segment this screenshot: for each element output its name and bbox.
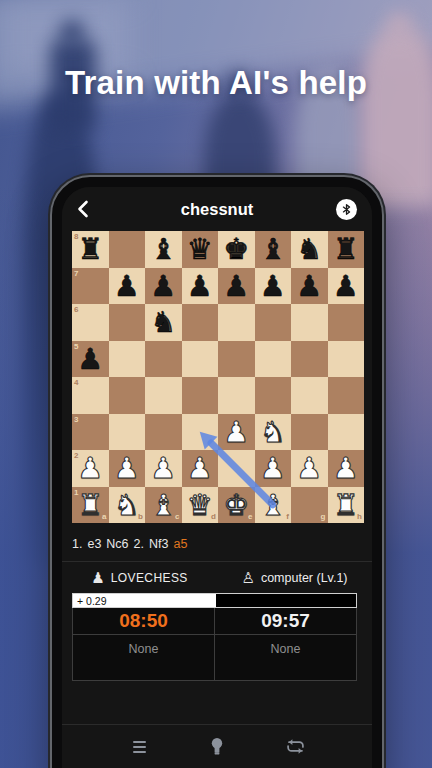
- square-e3[interactable]: ♟: [218, 414, 255, 451]
- app-screen: chessnut 8♜♝♛♚♝♞♜7♟♟♟♟♟♟♟6♞5♟43♟♞2♟♟♟♟♟♟…: [62, 187, 372, 768]
- white-clock-cell: 08:50: [72, 608, 215, 635]
- replay-button[interactable]: [282, 734, 308, 760]
- piece-white-b-f1: ♝: [260, 487, 286, 524]
- rank-label: 4: [74, 379, 78, 387]
- evaluation-bar: + 0.29: [72, 593, 357, 608]
- square-c2[interactable]: ♟: [145, 450, 182, 487]
- square-e4[interactable]: [218, 377, 255, 414]
- piece-white-r-h1: ♜: [333, 487, 359, 524]
- square-e7[interactable]: ♟: [218, 268, 255, 305]
- square-d3[interactable]: [182, 414, 219, 451]
- piece-black-p-d7: ♟: [187, 268, 213, 305]
- square-e5[interactable]: [218, 341, 255, 378]
- square-b7[interactable]: ♟: [109, 268, 146, 305]
- move-token[interactable]: Nc6: [106, 537, 128, 551]
- piece-white-n-b1: ♞: [114, 487, 140, 524]
- square-h3[interactable]: [328, 414, 365, 451]
- file-label: b: [138, 513, 143, 521]
- square-d1[interactable]: d♛: [182, 487, 219, 524]
- square-b8[interactable]: [109, 231, 146, 268]
- piece-black-n-c6: ♞: [150, 304, 176, 341]
- file-label: e: [248, 513, 252, 521]
- square-b1[interactable]: b♞: [109, 487, 146, 524]
- back-button[interactable]: [77, 200, 99, 218]
- square-h2[interactable]: ♟: [328, 450, 365, 487]
- square-f3[interactable]: ♞: [255, 414, 292, 451]
- move-token[interactable]: 2.: [134, 537, 144, 551]
- game-info-table: + 0.29 08:50 09:57 None None: [72, 593, 357, 681]
- square-a2[interactable]: 2♟: [72, 450, 109, 487]
- square-g3[interactable]: [291, 414, 328, 451]
- piece-black-p-f7: ♟: [260, 268, 286, 305]
- status-row: None None: [72, 635, 357, 681]
- piece-white-p-e3: ♟: [223, 414, 249, 451]
- square-b5[interactable]: [109, 341, 146, 378]
- evaluation-white-portion: + 0.29: [73, 594, 216, 607]
- piece-black-r-h8: ♜: [333, 231, 359, 268]
- pawn-outline-icon: ♙: [241, 569, 254, 587]
- square-h8[interactable]: ♜: [328, 231, 365, 268]
- square-b4[interactable]: [109, 377, 146, 414]
- square-h1[interactable]: h♜: [328, 487, 365, 524]
- white-status: None: [129, 642, 159, 656]
- pawn-filled-icon: ♟: [91, 569, 104, 587]
- black-clock-cell: 09:57: [215, 608, 357, 635]
- square-d4[interactable]: [182, 377, 219, 414]
- square-d7[interactable]: ♟: [182, 268, 219, 305]
- piece-black-p-g7: ♟: [296, 268, 322, 305]
- players-row: ♟ LOVECHESS ♙ computer (Lv.1): [62, 562, 372, 593]
- hint-bulb-icon: [210, 737, 224, 756]
- rank-label: 2: [74, 452, 78, 460]
- square-g8[interactable]: ♞: [291, 231, 328, 268]
- square-f8[interactable]: ♝: [255, 231, 292, 268]
- rank-label: 3: [74, 416, 78, 424]
- piece-white-n-f3: ♞: [260, 414, 286, 451]
- move-token-highlighted[interactable]: a5: [173, 537, 187, 551]
- square-e1[interactable]: e♚: [218, 487, 255, 524]
- chevron-left-icon: [77, 200, 89, 218]
- piece-white-q-d1: ♛: [187, 487, 213, 524]
- piece-black-n-g8: ♞: [296, 231, 322, 268]
- square-a1[interactable]: 1a♜: [72, 487, 109, 524]
- square-e8[interactable]: ♚: [218, 231, 255, 268]
- piece-black-p-a5: ♟: [77, 341, 103, 378]
- black-status-cell: None: [215, 635, 357, 681]
- square-g4[interactable]: [291, 377, 328, 414]
- move-token[interactable]: e3: [87, 537, 101, 551]
- player-white-name: LOVECHESS: [111, 571, 188, 585]
- square-c8[interactable]: ♝: [145, 231, 182, 268]
- square-g5[interactable]: [291, 341, 328, 378]
- file-label: a: [102, 513, 106, 521]
- white-clock: 08:50: [119, 610, 168, 632]
- square-c7[interactable]: ♟: [145, 268, 182, 305]
- hero-headline: Train with AI's help: [0, 64, 432, 102]
- piece-black-p-e7: ♟: [223, 268, 249, 305]
- rank-label: 8: [74, 233, 78, 241]
- menu-icon: [133, 741, 146, 753]
- piece-white-p-a2: ♟: [77, 450, 103, 487]
- evaluation-value: + 0.29: [73, 595, 107, 607]
- bottom-toolbar: [62, 725, 372, 768]
- square-a7[interactable]: 7: [72, 268, 109, 305]
- menu-button[interactable]: [126, 734, 152, 760]
- file-label: d: [211, 513, 216, 521]
- app-bar: chessnut: [62, 187, 372, 231]
- square-f2[interactable]: ♟: [255, 450, 292, 487]
- player-black-name: computer (Lv.1): [261, 571, 348, 585]
- piece-black-p-b7: ♟: [114, 268, 140, 305]
- square-c6[interactable]: ♞: [145, 304, 182, 341]
- piece-white-p-b2: ♟: [114, 450, 140, 487]
- square-h6[interactable]: [328, 304, 365, 341]
- piece-black-p-h7: ♟: [333, 268, 359, 305]
- square-c1[interactable]: c♝: [145, 487, 182, 524]
- square-d8[interactable]: ♛: [182, 231, 219, 268]
- square-h7[interactable]: ♟: [328, 268, 365, 305]
- chess-board[interactable]: 8♜♝♛♚♝♞♜7♟♟♟♟♟♟♟6♞5♟43♟♞2♟♟♟♟♟♟♟1a♜b♞c♝d…: [72, 231, 364, 523]
- square-d5[interactable]: [182, 341, 219, 378]
- piece-white-b-c1: ♝: [150, 487, 176, 524]
- player-white: ♟ LOVECHESS: [62, 562, 217, 593]
- black-clock: 09:57: [261, 610, 310, 632]
- spacer: [62, 681, 372, 724]
- square-a6[interactable]: 6: [72, 304, 109, 341]
- piece-white-k-e1: ♚: [223, 487, 249, 524]
- clock-row: 08:50 09:57: [72, 608, 357, 635]
- square-f6[interactable]: [255, 304, 292, 341]
- move-token[interactable]: Nf3: [149, 537, 168, 551]
- piece-black-b-f8: ♝: [260, 231, 286, 268]
- bluetooth-icon: [336, 199, 357, 220]
- piece-black-r-a8: ♜: [77, 231, 103, 268]
- square-b6[interactable]: [109, 304, 146, 341]
- replay-loop-icon: [284, 738, 307, 755]
- file-label: c: [175, 513, 179, 521]
- piece-white-p-f2: ♟: [260, 450, 286, 487]
- square-g6[interactable]: [291, 304, 328, 341]
- square-h4[interactable]: [328, 377, 365, 414]
- rank-label: 7: [74, 270, 78, 278]
- piece-black-p-c7: ♟: [150, 268, 176, 305]
- page-title: chessnut: [99, 200, 335, 219]
- square-h5[interactable]: [328, 341, 365, 378]
- square-a5[interactable]: 5♟: [72, 341, 109, 378]
- square-a8[interactable]: 8♜: [72, 231, 109, 268]
- black-status: None: [271, 642, 301, 656]
- square-a4[interactable]: 4: [72, 377, 109, 414]
- piece-black-q-d8: ♛: [187, 231, 213, 268]
- move-list[interactable]: 1.e3Nc62.Nf3a5: [62, 523, 372, 561]
- square-e6[interactable]: [218, 304, 255, 341]
- piece-white-r-a1: ♜: [77, 487, 103, 524]
- square-f1[interactable]: f♝: [255, 487, 292, 524]
- square-f7[interactable]: ♟: [255, 268, 292, 305]
- phone-mockup: chessnut 8♜♝♛♚♝♞♜7♟♟♟♟♟♟♟6♞5♟43♟♞2♟♟♟♟♟♟…: [52, 177, 382, 768]
- piece-white-p-d2: ♟: [187, 450, 213, 487]
- square-d6[interactable]: [182, 304, 219, 341]
- square-d2[interactable]: ♟: [182, 450, 219, 487]
- file-label: h: [357, 513, 362, 521]
- file-label: g: [321, 513, 326, 521]
- move-token[interactable]: 1.: [72, 537, 82, 551]
- piece-black-b-c8: ♝: [150, 231, 176, 268]
- square-e2[interactable]: [218, 450, 255, 487]
- square-g2[interactable]: ♟: [291, 450, 328, 487]
- player-black: ♙ computer (Lv.1): [217, 562, 372, 593]
- piece-white-p-h2: ♟: [333, 450, 359, 487]
- square-c3[interactable]: [145, 414, 182, 451]
- white-status-cell: None: [72, 635, 215, 681]
- bluetooth-button[interactable]: [335, 199, 357, 220]
- rank-label: 6: [74, 306, 78, 314]
- chess-board-wrap: 8♜♝♛♚♝♞♜7♟♟♟♟♟♟♟6♞5♟43♟♞2♟♟♟♟♟♟♟1a♜b♞c♝d…: [72, 231, 364, 523]
- rank-label: 5: [74, 343, 78, 351]
- piece-black-k-e8: ♚: [223, 231, 249, 268]
- marketing-screenshot: Train with AI's help chessnut: [0, 0, 432, 768]
- square-g1[interactable]: g: [291, 487, 328, 524]
- file-label: f: [286, 513, 289, 521]
- square-g7[interactable]: ♟: [291, 268, 328, 305]
- square-c5[interactable]: [145, 341, 182, 378]
- square-f5[interactable]: [255, 341, 292, 378]
- square-c4[interactable]: [145, 377, 182, 414]
- hint-button[interactable]: [204, 734, 230, 760]
- square-a3[interactable]: 3: [72, 414, 109, 451]
- rank-label: 1: [74, 489, 78, 497]
- square-b2[interactable]: ♟: [109, 450, 146, 487]
- piece-white-p-c2: ♟: [150, 450, 176, 487]
- square-b3[interactable]: [109, 414, 146, 451]
- square-f4[interactable]: [255, 377, 292, 414]
- piece-white-p-g2: ♟: [296, 450, 322, 487]
